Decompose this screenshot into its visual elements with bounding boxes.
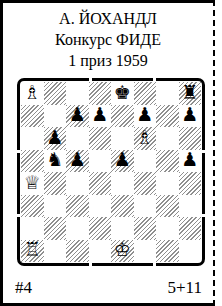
square-g5 xyxy=(156,150,179,173)
white-rook: ♖ xyxy=(24,240,41,259)
square-e3 xyxy=(111,195,134,218)
square-h2 xyxy=(179,217,202,240)
square-d5 xyxy=(89,150,112,173)
problem-footer: #4 5+11 xyxy=(3,278,213,298)
square-b7 xyxy=(44,105,67,128)
square-a5 xyxy=(21,150,44,173)
black-pawn: ♟ xyxy=(181,150,198,169)
square-d7: ♟ xyxy=(89,105,112,128)
square-h7: ♟ xyxy=(179,105,202,128)
square-c6 xyxy=(66,127,89,150)
square-c5: ♟ xyxy=(66,150,89,173)
square-b8 xyxy=(44,82,67,105)
diagram-card: А. ЙОХАНДЛ Конкурс ФИДЕ 1 приз 1959 ♗♚♜♟… xyxy=(0,0,215,306)
square-a3 xyxy=(21,195,44,218)
square-h4 xyxy=(179,172,202,195)
event-name: Конкурс ФИДЕ xyxy=(3,29,213,50)
square-h5: ♟ xyxy=(179,150,202,173)
square-g2 xyxy=(156,217,179,240)
black-pawn: ♟ xyxy=(69,150,86,169)
square-g6 xyxy=(156,127,179,150)
square-a2 xyxy=(21,217,44,240)
black-knight: ♞ xyxy=(46,150,63,169)
frame-tick xyxy=(153,77,156,81)
frame-tick xyxy=(153,263,156,267)
square-f6: ♗ xyxy=(134,127,157,150)
problem-diagram-page: А. ЙОХАНДЛ Конкурс ФИДЕ 1 приз 1959 ♗♚♜♟… xyxy=(0,0,222,306)
square-h8: ♜ xyxy=(179,82,202,105)
square-d6 xyxy=(89,127,112,150)
frame-tick xyxy=(89,263,92,267)
square-d3 xyxy=(89,195,112,218)
square-h3 xyxy=(179,195,202,218)
square-c3 xyxy=(66,195,89,218)
square-d8 xyxy=(89,82,112,105)
square-f1 xyxy=(134,240,157,263)
square-h1 xyxy=(179,240,202,263)
frame-tick xyxy=(202,214,206,217)
square-c7: ♟ xyxy=(66,105,89,128)
award-line: 1 приз 1959 xyxy=(3,50,213,71)
black-pawn: ♟ xyxy=(46,128,63,147)
white-queen: ♕ xyxy=(24,173,41,192)
square-e5: ♟ xyxy=(111,150,134,173)
square-d1 xyxy=(89,240,112,263)
square-e6 xyxy=(111,127,134,150)
black-king: ♚ xyxy=(114,83,131,102)
square-b6: ♟ xyxy=(44,127,67,150)
square-b3 xyxy=(44,195,67,218)
black-pawn: ♟ xyxy=(91,105,108,124)
square-f4 xyxy=(134,172,157,195)
square-f2 xyxy=(134,217,157,240)
black-pawn: ♟ xyxy=(136,105,153,124)
author-name: А. ЙОХАНДЛ xyxy=(3,8,213,29)
square-a1: ♖ xyxy=(21,240,44,263)
white-bishop: ♗ xyxy=(24,83,41,102)
square-g4 xyxy=(156,172,179,195)
square-h6 xyxy=(179,127,202,150)
square-c2 xyxy=(66,217,89,240)
white-king: ♔ xyxy=(114,240,131,259)
black-pawn: ♟ xyxy=(114,150,131,169)
square-g1 xyxy=(156,240,179,263)
square-f8 xyxy=(134,82,157,105)
square-e1: ♔ xyxy=(111,240,134,263)
square-e2 xyxy=(111,217,134,240)
frame-tick xyxy=(16,150,20,153)
square-c8 xyxy=(66,82,89,105)
square-f3 xyxy=(134,195,157,218)
square-g8 xyxy=(156,82,179,105)
square-g7 xyxy=(156,105,179,128)
square-g3 xyxy=(156,195,179,218)
black-pawn: ♟ xyxy=(69,105,86,124)
frame-tick xyxy=(16,214,20,217)
black-rook: ♜ xyxy=(181,83,198,102)
square-e8: ♚ xyxy=(111,82,134,105)
problem-header: А. ЙОХАНДЛ Конкурс ФИДЕ 1 приз 1959 xyxy=(3,3,213,71)
square-e7 xyxy=(111,105,134,128)
square-c1 xyxy=(66,240,89,263)
material-count-label: 5+11 xyxy=(168,278,202,298)
square-d4 xyxy=(89,172,112,195)
frame-tick xyxy=(89,77,92,81)
black-pawn: ♟ xyxy=(181,105,198,124)
square-c4 xyxy=(66,172,89,195)
square-b1 xyxy=(44,240,67,263)
square-f7: ♟ xyxy=(134,105,157,128)
square-e4 xyxy=(111,172,134,195)
stipulation-label: #4 xyxy=(15,278,32,298)
white-bishop: ♗ xyxy=(136,128,153,147)
square-f5 xyxy=(134,150,157,173)
square-a6 xyxy=(21,127,44,150)
frame-tick xyxy=(202,150,206,153)
square-b5: ♞ xyxy=(44,150,67,173)
square-a7 xyxy=(21,105,44,128)
square-a4: ♕ xyxy=(21,172,44,195)
board-grid: ♗♚♜♟♟♟♟♟♗♞♟♟♟♕♖♔ xyxy=(21,82,201,262)
square-a8: ♗ xyxy=(21,82,44,105)
square-d2 xyxy=(89,217,112,240)
square-b2 xyxy=(44,217,67,240)
chess-board-frame: ♗♚♜♟♟♟♟♟♗♞♟♟♟♕♖♔ xyxy=(17,78,205,266)
square-b4 xyxy=(44,172,67,195)
